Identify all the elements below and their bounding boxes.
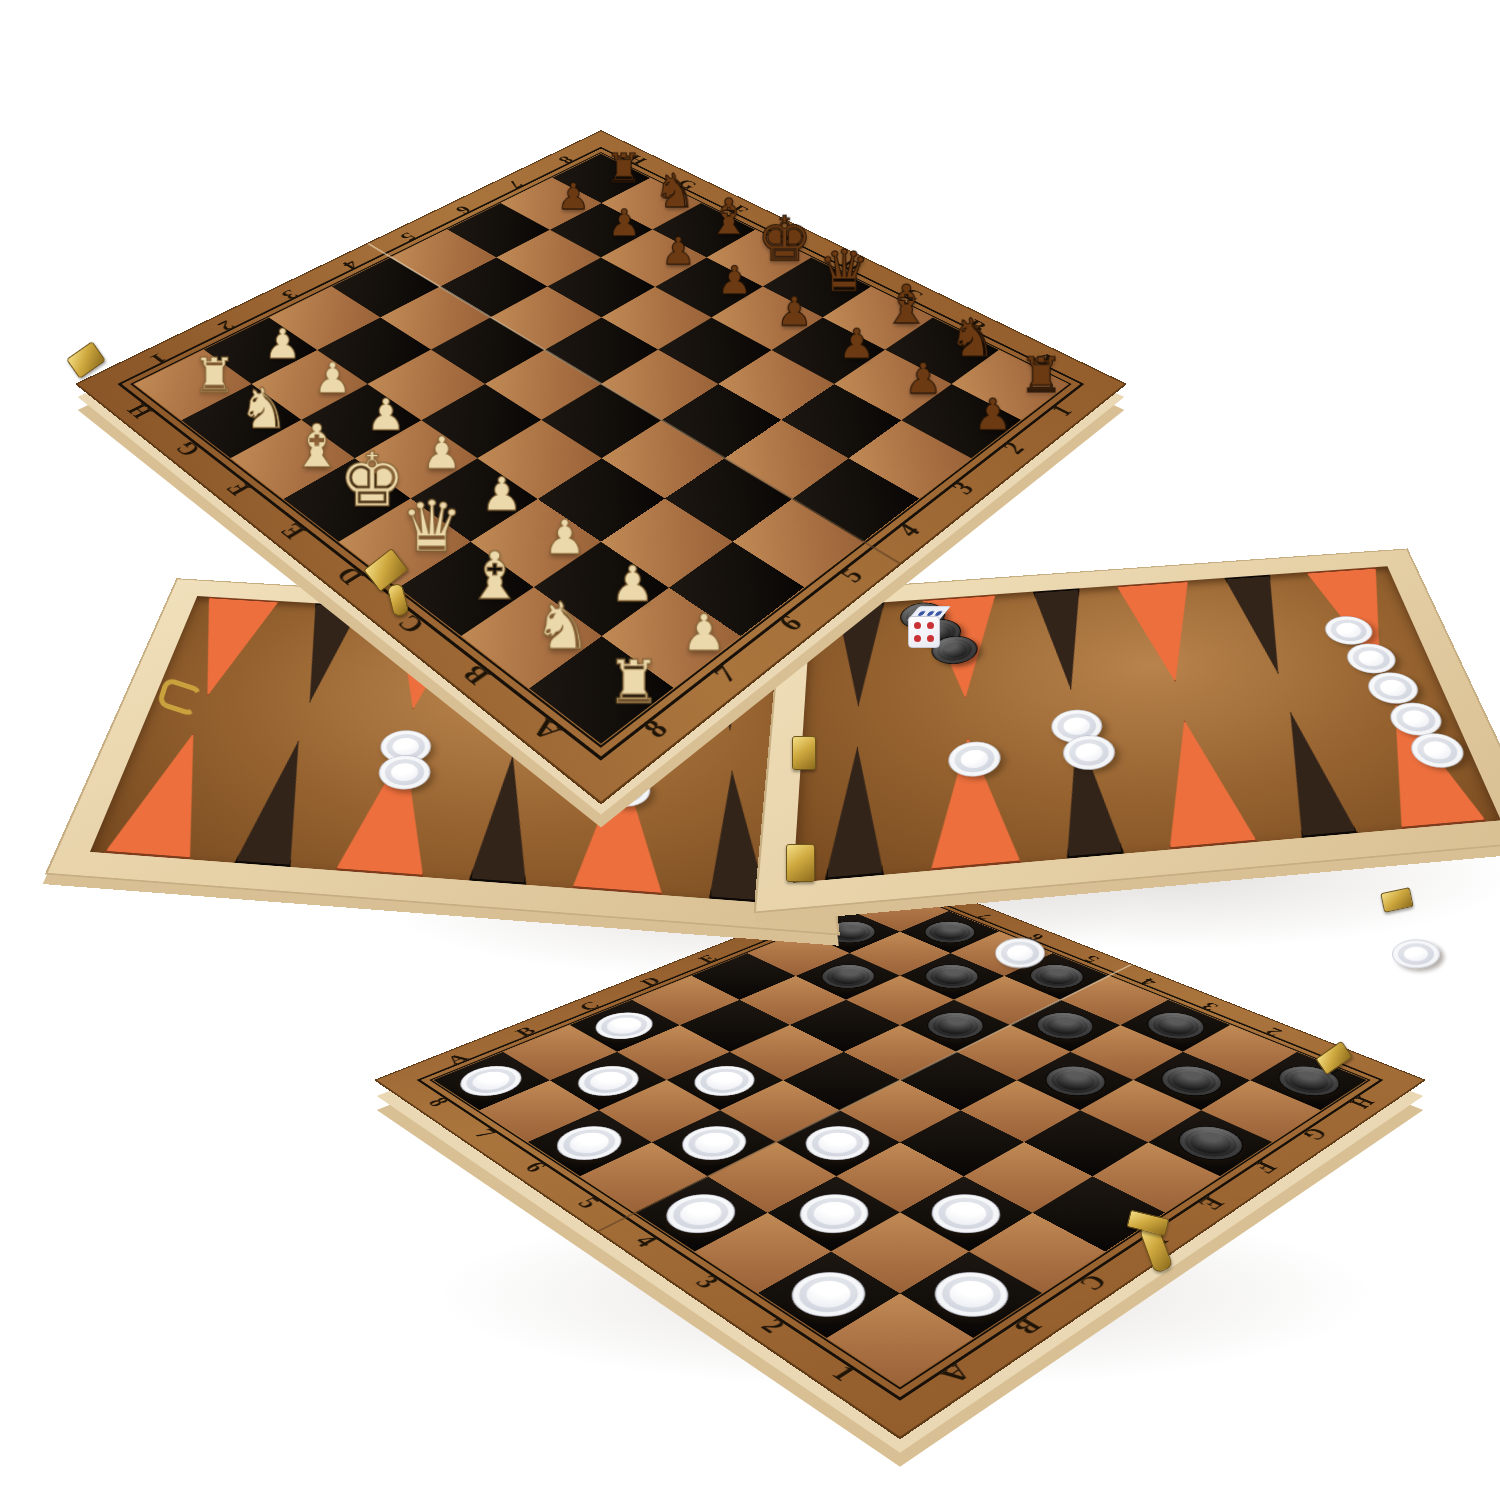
white-pawn-piece: ♟ <box>421 431 461 476</box>
chess-grid: ♜♟♟♜♞♟♟♞♝♟♟♝♚♟♟♚♛♟♟♛♝♟♟♝♞♟♟♞♜♟♟♜ <box>134 154 1067 744</box>
black-knight-piece: ♞ <box>653 168 695 215</box>
white-bishop-piece: ♝ <box>465 543 524 609</box>
black-pawn-piece: ♟ <box>904 358 942 401</box>
black-rook-piece: ♜ <box>605 148 641 189</box>
white-pawn-piece: ♟ <box>480 471 522 517</box>
black-king-piece: ♚ <box>757 208 813 270</box>
chess-square: ♜ <box>134 350 251 420</box>
white-queen-piece: ♛ <box>400 491 463 562</box>
white-knight-piece: ♞ <box>533 594 592 660</box>
black-queen-piece: ♛ <box>818 242 870 300</box>
brass-hinge-tray-fold-upper <box>792 736 816 770</box>
white-pawn-piece: ♟ <box>610 560 654 609</box>
black-rook-piece: ♜ <box>1019 351 1063 400</box>
product-photo-stage: 8765432187654321HGFEDCBAHGFEDCBA 1234567… <box>0 0 1500 1500</box>
black-pawn-piece: ♟ <box>776 292 812 332</box>
white-pawn-piece: ♟ <box>313 358 351 401</box>
black-pawn-piece: ♟ <box>557 178 590 214</box>
black-bishop-piece: ♝ <box>882 278 930 332</box>
white-pawn-piece: ♟ <box>366 393 405 437</box>
chess-board-group: 1234567887654321HGFEDCBAHGFEDCBA♜♟♟♜♞♟♟♞… <box>0 0 1500 1500</box>
black-pawn-piece: ♟ <box>838 324 875 365</box>
black-pawn-piece: ♟ <box>717 261 752 300</box>
black-bishop-piece: ♝ <box>706 192 751 242</box>
white-rook-piece: ♜ <box>607 652 661 712</box>
black-pawn-piece: ♟ <box>661 232 695 270</box>
white-pawn-piece: ♟ <box>264 324 301 365</box>
black-pawn-piece: ♟ <box>608 205 641 242</box>
black-knight-piece: ♞ <box>948 312 996 365</box>
white-pawn-piece: ♟ <box>543 514 586 562</box>
brass-hinge-tray-fold-lower <box>786 844 815 882</box>
white-rook-piece: ♜ <box>192 351 236 400</box>
white-knight-piece: ♞ <box>239 381 289 437</box>
white-bishop-piece: ♝ <box>290 416 344 476</box>
chess-board: 1234567887654321HGFEDCBAHGFEDCBA♜♟♟♜♞♟♟♞… <box>78 131 1125 801</box>
white-king-piece: ♚ <box>339 443 406 518</box>
white-pawn-piece: ♟ <box>681 608 727 659</box>
black-pawn-piece: ♟ <box>973 393 1012 437</box>
